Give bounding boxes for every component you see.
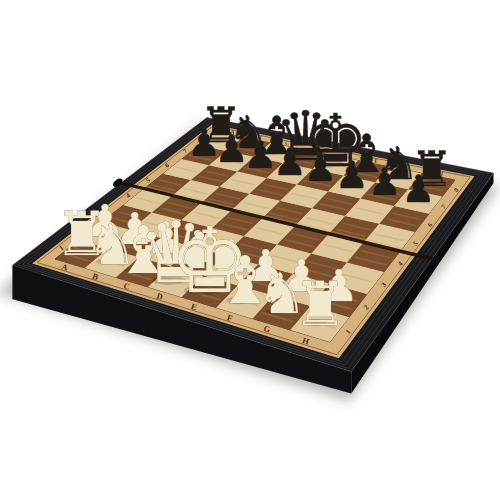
piece-white-rook-h1: ♜ [293,269,347,339]
piece-black-pawn-h7: ♟ [402,167,436,211]
piece-black-pawn-e7: ♟ [303,146,337,190]
piece-black-pawn-g7: ♟ [368,160,402,204]
piece-black-pawn-d7: ♟ [273,140,307,184]
piece-black-pawn-f7: ♟ [335,153,369,197]
chess-set-photo: AABBCCDDEEFFGGHH1122334455667788♜♞♝♟♛♟♚♟… [0,0,500,500]
chess-board: AABBCCDDEEFFGGHH1122334455667788♜♞♝♟♛♟♚♟… [0,0,500,500]
